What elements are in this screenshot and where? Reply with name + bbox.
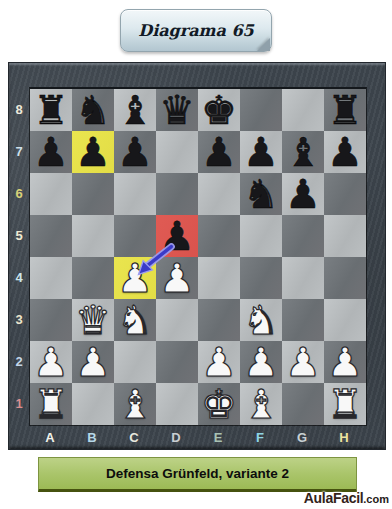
file-label-G: G (281, 426, 323, 450)
file-label-C: C (113, 426, 155, 450)
square-f3[interactable]: ♞ (240, 299, 282, 341)
white-rook-a1[interactable]: ♜ (33, 383, 69, 425)
square-d4[interactable]: ♟ (156, 257, 198, 299)
file-label-B: B (71, 426, 113, 450)
square-g6[interactable]: ♟ (282, 173, 324, 215)
square-d1[interactable] (156, 383, 198, 425)
square-a3[interactable] (30, 299, 72, 341)
square-e6[interactable] (198, 173, 240, 215)
square-h1[interactable]: ♜ (324, 383, 366, 425)
square-b8[interactable]: ♞ (72, 89, 114, 131)
black-rook-a8[interactable]: ♜ (33, 89, 69, 131)
white-pawn-e2[interactable]: ♟ (201, 341, 237, 383)
square-h3[interactable] (324, 299, 366, 341)
square-e3[interactable] (198, 299, 240, 341)
rank-label-5: 5 (9, 215, 29, 257)
caption-bar: Defensa Grünfeld, variante 2 (38, 457, 357, 492)
white-pawn-a2[interactable]: ♟ (33, 341, 69, 383)
square-f4[interactable] (240, 257, 282, 299)
square-e1[interactable]: ♚ (198, 383, 240, 425)
rank-label-3: 3 (9, 299, 29, 341)
black-pawn-f7[interactable]: ♟ (243, 131, 279, 173)
square-c8[interactable]: ♝ (114, 89, 156, 131)
square-e2[interactable]: ♟ (198, 341, 240, 383)
square-e8[interactable]: ♚ (198, 89, 240, 131)
square-b6[interactable] (72, 173, 114, 215)
rank-label-7: 7 (9, 131, 29, 173)
chessboard[interactable]: ♜♞♝♛♚♜♟♟♟♟♟♝♟♞♟♟♟♟♛♞♞♟♟♟♟♟♟♜♝♚♝♜ (30, 89, 366, 425)
caption-text: Defensa Grünfeld, variante 2 (106, 466, 289, 481)
square-d8[interactable]: ♛ (156, 89, 198, 131)
square-h5[interactable] (324, 215, 366, 257)
square-f8[interactable] (240, 89, 282, 131)
watermark: AulaFacil.com (304, 489, 389, 507)
square-b3[interactable]: ♛ (72, 299, 114, 341)
square-a2[interactable]: ♟ (30, 341, 72, 383)
square-c1[interactable]: ♝ (114, 383, 156, 425)
square-d3[interactable] (156, 299, 198, 341)
square-c2[interactable] (114, 341, 156, 383)
black-knight-b8[interactable]: ♞ (75, 89, 111, 131)
board-squares-wrap: ♜♞♝♛♚♜♟♟♟♟♟♝♟♞♟♟♟♟♛♞♞♟♟♟♟♟♟♜♝♚♝♜ (29, 87, 367, 426)
square-e5[interactable] (198, 215, 240, 257)
square-c7[interactable]: ♟ (114, 131, 156, 173)
square-g5[interactable] (282, 215, 324, 257)
square-c3[interactable]: ♞ (114, 299, 156, 341)
square-c6[interactable] (114, 173, 156, 215)
square-b2[interactable]: ♟ (72, 341, 114, 383)
square-g4[interactable] (282, 257, 324, 299)
black-knight-f6[interactable]: ♞ (243, 173, 279, 215)
black-pawn-h7[interactable]: ♟ (327, 131, 363, 173)
file-label-E: E (197, 426, 239, 450)
square-e4[interactable] (198, 257, 240, 299)
diagram-title-banner: Diagrama 65 (120, 9, 272, 52)
black-queen-d8[interactable]: ♛ (159, 89, 195, 131)
square-h7[interactable]: ♟ (324, 131, 366, 173)
rank-label-1: 1 (9, 383, 29, 425)
square-a8[interactable]: ♜ (30, 89, 72, 131)
white-king-e1[interactable]: ♚ (201, 383, 237, 425)
square-d7[interactable] (156, 131, 198, 173)
rank-labels: 87654321 (9, 89, 29, 425)
square-g7[interactable]: ♝ (282, 131, 324, 173)
white-knight-f3[interactable]: ♞ (243, 299, 279, 341)
square-d2[interactable] (156, 341, 198, 383)
square-a6[interactable] (30, 173, 72, 215)
square-a5[interactable] (30, 215, 72, 257)
file-label-A: A (29, 426, 71, 450)
square-h8[interactable]: ♜ (324, 89, 366, 131)
rank-label-4: 4 (9, 257, 29, 299)
file-label-F: F (239, 426, 281, 450)
white-queen-b3[interactable]: ♛ (75, 299, 111, 341)
white-bishop-c1[interactable]: ♝ (117, 383, 153, 425)
rank-label-6: 6 (9, 173, 29, 215)
square-f1[interactable]: ♝ (240, 383, 282, 425)
file-label-D: D (155, 426, 197, 450)
page: Diagrama 65 87654321 ♜♞♝♛♚♜♟♟♟♟♟♝♟♞♟♟♟♟♛… (0, 0, 392, 509)
white-pawn-f2[interactable]: ♟ (243, 341, 279, 383)
square-g3[interactable] (282, 299, 324, 341)
square-a7[interactable]: ♟ (30, 131, 72, 173)
white-bishop-f1[interactable]: ♝ (243, 383, 279, 425)
black-pawn-a7[interactable]: ♟ (33, 131, 69, 173)
rank-label-2: 2 (9, 341, 29, 383)
square-f7[interactable]: ♟ (240, 131, 282, 173)
black-pawn-e7[interactable]: ♟ (201, 131, 237, 173)
black-bishop-c8[interactable]: ♝ (117, 89, 153, 131)
file-label-H: H (323, 426, 365, 450)
square-g2[interactable]: ♟ (282, 341, 324, 383)
black-pawn-g6[interactable]: ♟ (285, 173, 321, 215)
watermark-brand: AulaFacil (304, 490, 364, 506)
square-e7[interactable]: ♟ (198, 131, 240, 173)
square-h6[interactable] (324, 173, 366, 215)
white-pawn-c4[interactable]: ♟ (117, 257, 153, 299)
square-c5[interactable] (114, 215, 156, 257)
square-f2[interactable]: ♟ (240, 341, 282, 383)
black-pawn-c7[interactable]: ♟ (117, 131, 153, 173)
black-pawn-b7[interactable]: ♟ (75, 131, 111, 173)
white-knight-c3[interactable]: ♞ (117, 299, 153, 341)
square-h4[interactable] (324, 257, 366, 299)
square-g1[interactable] (282, 383, 324, 425)
banner-fold-corner-icon (257, 38, 270, 51)
square-d5[interactable]: ♟ (156, 215, 198, 257)
square-h2[interactable]: ♟ (324, 341, 366, 383)
diagram-title: Diagrama 65 (121, 10, 271, 51)
white-pawn-b2[interactable]: ♟ (75, 341, 111, 383)
square-f5[interactable] (240, 215, 282, 257)
chessboard-frame: 87654321 ♜♞♝♛♚♜♟♟♟♟♟♝♟♞♟♟♟♟♛♞♞♟♟♟♟♟♟♜♝♚♝… (8, 62, 386, 450)
square-b4[interactable] (72, 257, 114, 299)
black-king-e8[interactable]: ♚ (201, 89, 237, 131)
square-a4[interactable] (30, 257, 72, 299)
square-a1[interactable]: ♜ (30, 383, 72, 425)
square-b5[interactable] (72, 215, 114, 257)
watermark-suffix: .com (363, 493, 389, 505)
white-rook-h1[interactable]: ♜ (327, 383, 363, 425)
square-b7[interactable]: ♟ (72, 131, 114, 173)
white-pawn-h2[interactable]: ♟ (327, 341, 363, 383)
square-c4[interactable]: ♟ (114, 257, 156, 299)
file-labels: ABCDEFGH (29, 426, 365, 450)
rank-label-8: 8 (9, 89, 29, 131)
square-g8[interactable] (282, 89, 324, 131)
white-pawn-g2[interactable]: ♟ (285, 341, 321, 383)
black-bishop-g7[interactable]: ♝ (285, 131, 321, 173)
black-rook-h8[interactable]: ♜ (327, 89, 363, 131)
black-pawn-d5[interactable]: ♟ (159, 215, 195, 257)
square-f6[interactable]: ♞ (240, 173, 282, 215)
square-d6[interactable] (156, 173, 198, 215)
square-b1[interactable] (72, 383, 114, 425)
white-pawn-d4[interactable]: ♟ (159, 257, 195, 299)
